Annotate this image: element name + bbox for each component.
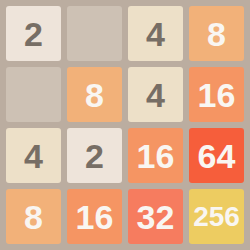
tile-32-r4c3: 32 — [128, 189, 183, 244]
tile-8-r2c2: 8 — [67, 67, 122, 122]
empty-cell-r1c2 — [67, 6, 122, 61]
tile-4-r3c1: 4 — [6, 128, 61, 183]
2048-board[interactable]: 248841642166481632256 — [0, 0, 250, 250]
tile-8-r1c4: 8 — [189, 6, 244, 61]
empty-cell-r2c1 — [6, 67, 61, 122]
tile-16-r3c3: 16 — [128, 128, 183, 183]
tile-8-r4c1: 8 — [6, 189, 61, 244]
tile-2-r1c1: 2 — [6, 6, 61, 61]
tile-16-r2c4: 16 — [189, 67, 244, 122]
tile-256-r4c4: 256 — [189, 189, 244, 244]
tile-16-r4c2: 16 — [67, 189, 122, 244]
tile-2-r3c2: 2 — [67, 128, 122, 183]
tile-4-r2c3: 4 — [128, 67, 183, 122]
tile-64-r3c4: 64 — [189, 128, 244, 183]
tile-4-r1c3: 4 — [128, 6, 183, 61]
